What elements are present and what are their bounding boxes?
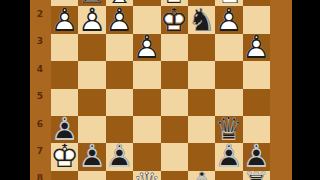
square-a8[interactable]: ♜♖ bbox=[243, 171, 270, 180]
square-f2[interactable]: ♟♙ bbox=[106, 6, 133, 33]
rank-label-2: 2 bbox=[32, 8, 48, 20]
square-h7[interactable]: ♚♔ bbox=[51, 143, 78, 170]
square-c2[interactable]: ♞♘ bbox=[188, 6, 215, 33]
square-b3[interactable] bbox=[215, 34, 242, 61]
piece-wP-body: ♟ bbox=[78, 6, 105, 33]
piece-bR-outline: ♖ bbox=[243, 171, 270, 180]
video-frame: 12345678 ♜♖♝♗♛♕♞♘♟♙♟♙♟♙♚♔♞♘♟♙♟♙♟♙♟♙♛♕♚♔♟… bbox=[0, 0, 320, 180]
piece-bP-body: ♟ bbox=[215, 143, 242, 170]
chess-board[interactable]: ♜♖♝♗♛♕♞♘♟♙♟♙♟♙♚♔♞♘♟♙♟♙♟♙♟♙♛♕♚♔♟♙♟♙♟♙♟♙♛♕… bbox=[51, 0, 270, 180]
square-h6[interactable]: ♟♙ bbox=[51, 116, 78, 143]
square-g4[interactable] bbox=[78, 61, 105, 88]
piece-wQ-body: ♛ bbox=[133, 171, 160, 180]
piece-wK-body: ♚ bbox=[161, 6, 188, 33]
square-d4[interactable] bbox=[161, 61, 188, 88]
rank-label-7: 7 bbox=[32, 145, 48, 157]
piece-wK-body: ♚ bbox=[51, 143, 78, 170]
piece-wP-outline: ♙ bbox=[106, 6, 133, 33]
piece-wP-body: ♟ bbox=[243, 34, 270, 61]
piece-bQ-outline: ♕ bbox=[215, 116, 242, 143]
piece-wK-outline: ♔ bbox=[51, 143, 78, 170]
piece-wK-outline: ♔ bbox=[161, 6, 188, 33]
square-e5[interactable] bbox=[133, 89, 160, 116]
square-g2[interactable]: ♟♙ bbox=[78, 6, 105, 33]
square-c7[interactable] bbox=[188, 143, 215, 170]
piece-wP-body: ♟ bbox=[215, 6, 242, 33]
piece-bP-outline: ♙ bbox=[106, 143, 133, 170]
square-g7[interactable]: ♟♙ bbox=[78, 143, 105, 170]
square-f8[interactable] bbox=[106, 171, 133, 180]
square-c4[interactable] bbox=[188, 61, 215, 88]
square-d7[interactable] bbox=[161, 143, 188, 170]
square-a5[interactable] bbox=[243, 89, 270, 116]
square-d8[interactable] bbox=[161, 171, 188, 180]
square-b6[interactable]: ♛♕ bbox=[215, 116, 242, 143]
square-d5[interactable] bbox=[161, 89, 188, 116]
square-c8[interactable]: ♝♗ bbox=[188, 171, 215, 180]
square-f7[interactable]: ♟♙ bbox=[106, 143, 133, 170]
piece-bP-outline: ♙ bbox=[51, 116, 78, 143]
square-e6[interactable] bbox=[133, 116, 160, 143]
square-g6[interactable] bbox=[78, 116, 105, 143]
square-g5[interactable] bbox=[78, 89, 105, 116]
square-d3[interactable] bbox=[161, 34, 188, 61]
piece-bP-outline: ♙ bbox=[243, 143, 270, 170]
piece-wP-body: ♟ bbox=[133, 34, 160, 61]
piece-wP-outline: ♙ bbox=[133, 34, 160, 61]
square-g8[interactable] bbox=[78, 171, 105, 180]
piece-bB-body: ♝ bbox=[188, 171, 215, 180]
square-e8[interactable]: ♛♕ bbox=[133, 171, 160, 180]
square-d6[interactable] bbox=[161, 116, 188, 143]
square-f4[interactable] bbox=[106, 61, 133, 88]
square-a2[interactable] bbox=[243, 6, 270, 33]
square-a3[interactable]: ♟♙ bbox=[243, 34, 270, 61]
piece-bP-body: ♟ bbox=[243, 143, 270, 170]
square-f6[interactable] bbox=[106, 116, 133, 143]
piece-bN-body: ♞ bbox=[188, 6, 215, 33]
square-b7[interactable]: ♟♙ bbox=[215, 143, 242, 170]
piece-bN-outline: ♘ bbox=[188, 6, 215, 33]
square-e2[interactable] bbox=[133, 6, 160, 33]
square-e3[interactable]: ♟♙ bbox=[133, 34, 160, 61]
piece-wP-outline: ♙ bbox=[78, 6, 105, 33]
rank-label-6: 6 bbox=[32, 118, 48, 130]
square-a4[interactable] bbox=[243, 61, 270, 88]
rank-label-3: 3 bbox=[32, 35, 48, 47]
square-h4[interactable] bbox=[51, 61, 78, 88]
square-f5[interactable] bbox=[106, 89, 133, 116]
square-a7[interactable]: ♟♙ bbox=[243, 143, 270, 170]
piece-wP-outline: ♙ bbox=[243, 34, 270, 61]
square-e4[interactable] bbox=[133, 61, 160, 88]
piece-bB-outline: ♗ bbox=[188, 171, 215, 180]
piece-wP-body: ♟ bbox=[106, 6, 133, 33]
square-b8[interactable] bbox=[215, 171, 242, 180]
square-f3[interactable] bbox=[106, 34, 133, 61]
rank-label-4: 4 bbox=[32, 63, 48, 75]
piece-bP-body: ♟ bbox=[51, 116, 78, 143]
board-frame: 12345678 ♜♖♝♗♛♕♞♘♟♙♟♙♟♙♚♔♞♘♟♙♟♙♟♙♟♙♛♕♚♔♟… bbox=[30, 0, 292, 180]
square-c3[interactable] bbox=[188, 34, 215, 61]
square-c6[interactable] bbox=[188, 116, 215, 143]
square-g3[interactable] bbox=[78, 34, 105, 61]
square-b4[interactable] bbox=[215, 61, 242, 88]
square-h8[interactable] bbox=[51, 171, 78, 180]
piece-wQ-outline: ♕ bbox=[133, 171, 160, 180]
piece-wP-outline: ♙ bbox=[51, 6, 78, 33]
square-h5[interactable] bbox=[51, 89, 78, 116]
square-b5[interactable] bbox=[215, 89, 242, 116]
rank-label-5: 5 bbox=[32, 90, 48, 102]
square-b2[interactable]: ♟♙ bbox=[215, 6, 242, 33]
piece-wP-outline: ♙ bbox=[215, 6, 242, 33]
rank-label-8: 8 bbox=[32, 172, 48, 180]
piece-bP-body: ♟ bbox=[106, 143, 133, 170]
piece-bP-outline: ♙ bbox=[215, 143, 242, 170]
square-c5[interactable] bbox=[188, 89, 215, 116]
square-h2[interactable]: ♟♙ bbox=[51, 6, 78, 33]
square-d2[interactable]: ♚♔ bbox=[161, 6, 188, 33]
square-h3[interactable] bbox=[51, 34, 78, 61]
square-a6[interactable] bbox=[243, 116, 270, 143]
piece-bP-outline: ♙ bbox=[78, 143, 105, 170]
piece-bQ-body: ♛ bbox=[215, 116, 242, 143]
square-e7[interactable] bbox=[133, 143, 160, 170]
piece-bP-body: ♟ bbox=[78, 143, 105, 170]
piece-wP-body: ♟ bbox=[51, 6, 78, 33]
piece-bR-body: ♜ bbox=[243, 171, 270, 180]
